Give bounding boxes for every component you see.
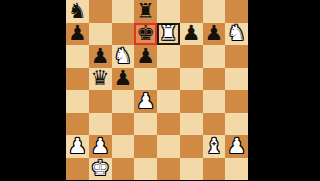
- square-e2[interactable]: [157, 135, 180, 158]
- square-c7[interactable]: [112, 23, 135, 46]
- video-frame: ♞♜♟♚♜♟♟♞♟♞♟♛♟♟♟♟♝♟♚: [0, 0, 320, 180]
- square-d3[interactable]: [134, 113, 157, 136]
- square-a2[interactable]: ♟: [66, 135, 89, 158]
- white-bishop-piece: ♝: [204, 135, 223, 156]
- square-c2[interactable]: [112, 135, 135, 158]
- square-g5[interactable]: [203, 68, 226, 91]
- black-king-piece: ♚: [136, 23, 155, 44]
- square-a1[interactable]: [66, 158, 89, 181]
- square-e8[interactable]: [157, 0, 180, 23]
- square-f4[interactable]: [180, 90, 203, 113]
- square-h7[interactable]: ♞: [225, 23, 248, 46]
- black-pawn-piece: ♟: [113, 68, 132, 89]
- square-a7[interactable]: ♟: [66, 23, 89, 46]
- square-d1[interactable]: [134, 158, 157, 181]
- white-rook-piece: ♜: [159, 23, 178, 44]
- square-b3[interactable]: [89, 113, 112, 136]
- square-h1[interactable]: [225, 158, 248, 181]
- square-g3[interactable]: [203, 113, 226, 136]
- square-a4[interactable]: [66, 90, 89, 113]
- square-d2[interactable]: [134, 135, 157, 158]
- letterbox-left: [0, 0, 66, 180]
- white-knight-piece: ♞: [227, 23, 246, 44]
- black-rook-piece: ♜: [136, 0, 155, 21]
- square-b2[interactable]: ♟: [89, 135, 112, 158]
- square-b7[interactable]: [89, 23, 112, 46]
- square-f7[interactable]: ♟: [180, 23, 203, 46]
- square-a3[interactable]: [66, 113, 89, 136]
- square-e6[interactable]: [157, 45, 180, 68]
- white-knight-piece: ♞: [113, 45, 132, 66]
- square-g8[interactable]: [203, 0, 226, 23]
- square-c6[interactable]: ♞: [112, 45, 135, 68]
- square-e5[interactable]: [157, 68, 180, 91]
- black-pawn-piece: ♟: [204, 23, 223, 44]
- square-b4[interactable]: [89, 90, 112, 113]
- square-e3[interactable]: [157, 113, 180, 136]
- square-d5[interactable]: [134, 68, 157, 91]
- square-d7[interactable]: ♚: [134, 23, 157, 46]
- square-h6[interactable]: [225, 45, 248, 68]
- square-d6[interactable]: ♟: [134, 45, 157, 68]
- square-c5[interactable]: ♟: [112, 68, 135, 91]
- black-pawn-piece: ♟: [136, 45, 155, 66]
- white-king-piece: ♚: [91, 158, 110, 179]
- square-c3[interactable]: [112, 113, 135, 136]
- square-g1[interactable]: [203, 158, 226, 181]
- square-h2[interactable]: ♟: [225, 135, 248, 158]
- square-g2[interactable]: ♝: [203, 135, 226, 158]
- square-e7[interactable]: ♜: [157, 23, 180, 46]
- square-f1[interactable]: [180, 158, 203, 181]
- black-queen-piece: ♛: [91, 68, 110, 89]
- square-f8[interactable]: [180, 0, 203, 23]
- square-g7[interactable]: ♟: [203, 23, 226, 46]
- black-knight-piece: ♞: [68, 0, 87, 21]
- square-e4[interactable]: [157, 90, 180, 113]
- white-pawn-piece: ♟: [136, 90, 155, 111]
- black-pawn-piece: ♟: [91, 45, 110, 66]
- square-c4[interactable]: [112, 90, 135, 113]
- white-pawn-piece: ♟: [227, 135, 246, 156]
- square-h3[interactable]: [225, 113, 248, 136]
- square-f5[interactable]: [180, 68, 203, 91]
- square-b6[interactable]: ♟: [89, 45, 112, 68]
- square-b8[interactable]: [89, 0, 112, 23]
- square-a5[interactable]: [66, 68, 89, 91]
- square-g4[interactable]: [203, 90, 226, 113]
- square-b5[interactable]: ♛: [89, 68, 112, 91]
- square-d4[interactable]: ♟: [134, 90, 157, 113]
- square-d8[interactable]: ♜: [134, 0, 157, 23]
- square-b1[interactable]: ♚: [89, 158, 112, 181]
- black-pawn-piece: ♟: [68, 23, 87, 44]
- square-f3[interactable]: [180, 113, 203, 136]
- square-a6[interactable]: [66, 45, 89, 68]
- square-h8[interactable]: [225, 0, 248, 23]
- letterbox-right: [248, 0, 320, 180]
- square-h4[interactable]: [225, 90, 248, 113]
- square-h5[interactable]: [225, 68, 248, 91]
- white-pawn-piece: ♟: [91, 135, 110, 156]
- square-f6[interactable]: [180, 45, 203, 68]
- square-g6[interactable]: [203, 45, 226, 68]
- square-c1[interactable]: [112, 158, 135, 181]
- square-e1[interactable]: [157, 158, 180, 181]
- white-pawn-piece: ♟: [68, 135, 87, 156]
- square-f2[interactable]: [180, 135, 203, 158]
- chess-board[interactable]: ♞♜♟♚♜♟♟♞♟♞♟♛♟♟♟♟♝♟♚: [66, 0, 248, 180]
- square-a8[interactable]: ♞: [66, 0, 89, 23]
- square-c8[interactable]: [112, 0, 135, 23]
- black-pawn-piece: ♟: [182, 23, 201, 44]
